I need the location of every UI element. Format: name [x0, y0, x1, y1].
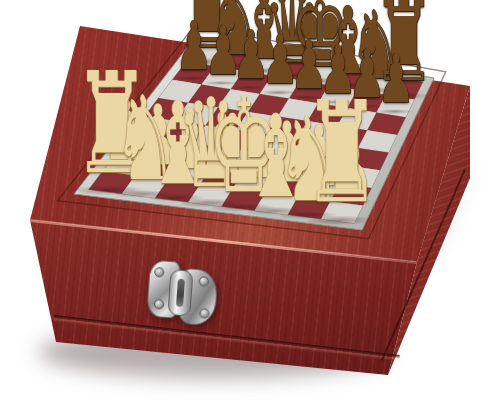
product-scene: ♜♞♝♛♚♝♞♜♟♟♟♟♟♟♟♟♟♟♟♟♟♟♟♟♜♞♝♛♚♝♞♜: [0, 0, 500, 411]
chessboard: [0, 0, 500, 411]
latch: [144, 255, 223, 330]
